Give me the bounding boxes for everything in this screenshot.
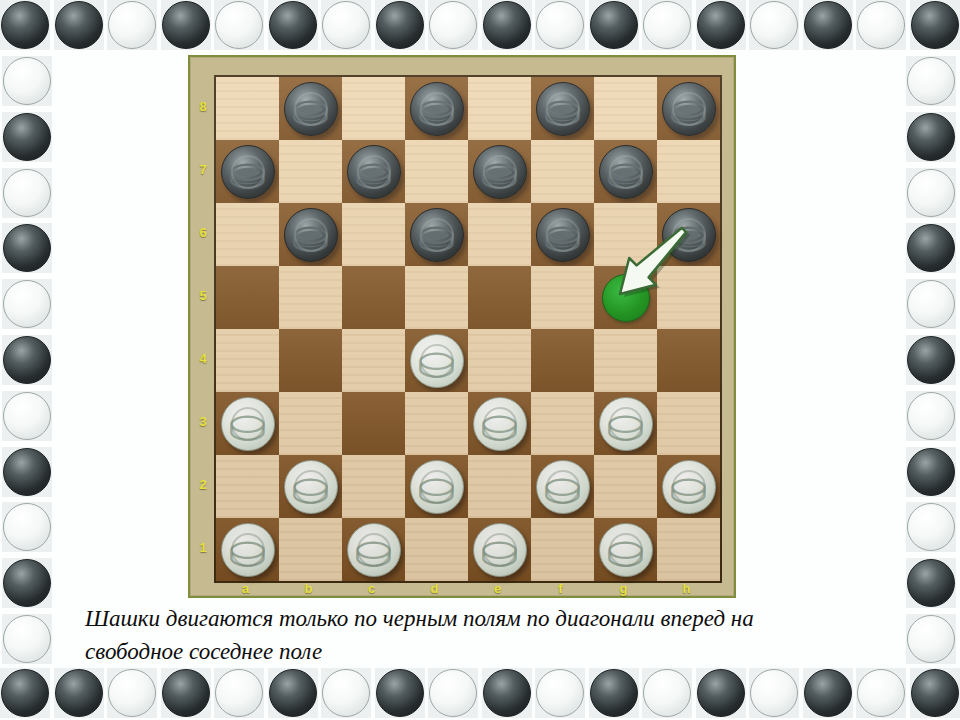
- square-f7[interactable]: [531, 140, 594, 203]
- white-checker-ball-tile: [749, 0, 799, 50]
- black-checker-ball-tile: [482, 0, 532, 50]
- square-b3[interactable]: [279, 392, 342, 455]
- square-c4[interactable]: [342, 329, 405, 392]
- black-checker-ball: [3, 448, 51, 496]
- draughts-man-glyph: ⛂: [291, 213, 330, 259]
- square-a6[interactable]: [216, 203, 279, 266]
- white-man-b2[interactable]: ⛀: [284, 460, 338, 514]
- square-g5[interactable]: [594, 266, 657, 329]
- square-c6[interactable]: [342, 203, 405, 266]
- decor-border-bottom: [0, 668, 960, 720]
- black-checker-ball-tile: [2, 447, 52, 497]
- white-checker-ball-tile: [2, 279, 52, 329]
- white-man-a3[interactable]: ⛀: [221, 397, 275, 451]
- black-checker-ball: [3, 559, 51, 607]
- move-target-dot-g5[interactable]: [602, 274, 650, 322]
- draughts-man-glyph: ⛂: [543, 87, 582, 133]
- black-checker-ball-tile: [696, 668, 746, 718]
- square-g3[interactable]: ⛀: [594, 392, 657, 455]
- black-checker-ball: [55, 669, 103, 717]
- white-checker-ball: [907, 503, 955, 551]
- white-checker-ball: [108, 669, 156, 717]
- draughts-man-glyph: ⛂: [354, 150, 393, 196]
- square-d1[interactable]: [405, 518, 468, 581]
- black-checker-ball-tile: [589, 668, 639, 718]
- black-man-f8[interactable]: ⛂: [536, 82, 590, 136]
- black-checker-ball-tile: [906, 447, 956, 497]
- white-checker-ball: [750, 669, 798, 717]
- file-label-e: e: [466, 581, 529, 598]
- caption: Шашки двигаются только по черным полям п…: [85, 603, 875, 668]
- black-checker-ball-tile: [803, 668, 853, 718]
- draughts-man-glyph: ⛀: [228, 528, 267, 574]
- square-h3[interactable]: [657, 392, 720, 455]
- white-checker-ball: [907, 392, 955, 440]
- white-checker-ball: [429, 669, 477, 717]
- white-checker-ball: [215, 669, 263, 717]
- black-checker-ball: [907, 113, 955, 161]
- white-man-d4[interactable]: ⛀: [410, 334, 464, 388]
- square-f8[interactable]: ⛂: [531, 77, 594, 140]
- black-man-h6[interactable]: ⛂: [662, 208, 716, 262]
- black-checker-ball: [697, 1, 745, 49]
- square-a2[interactable]: [216, 455, 279, 518]
- white-checker-ball-tile: [2, 391, 52, 441]
- square-c7[interactable]: ⛂: [342, 140, 405, 203]
- square-b4[interactable]: [279, 329, 342, 392]
- black-checker-ball: [269, 1, 317, 49]
- black-checker-ball-tile: [906, 335, 956, 385]
- square-b5[interactable]: [279, 266, 342, 329]
- draughts-man-glyph: ⛂: [669, 87, 708, 133]
- white-checker-ball-tile: [321, 668, 371, 718]
- black-checker-ball: [1, 669, 49, 717]
- square-h4[interactable]: [657, 329, 720, 392]
- black-checker-ball-tile: [589, 0, 639, 50]
- white-checker-ball-tile: [428, 0, 478, 50]
- black-checker-ball: [1, 1, 49, 49]
- black-checker-ball: [697, 669, 745, 717]
- black-checker-ball-tile: [0, 0, 50, 50]
- white-checker-ball-tile: [906, 168, 956, 218]
- square-d5[interactable]: [405, 266, 468, 329]
- rank-label-5: 5: [194, 264, 212, 327]
- square-e3[interactable]: ⛀: [468, 392, 531, 455]
- white-checker-ball-tile: [535, 0, 585, 50]
- square-e5[interactable]: [468, 266, 531, 329]
- white-checker-ball: [857, 669, 905, 717]
- square-h1[interactable]: [657, 518, 720, 581]
- square-e6[interactable]: [468, 203, 531, 266]
- file-label-h: h: [655, 581, 718, 598]
- black-checker-ball: [55, 1, 103, 49]
- black-man-e7[interactable]: ⛂: [473, 145, 527, 199]
- white-checker-ball-tile: [906, 614, 956, 664]
- draughts-man-glyph: ⛀: [669, 465, 708, 511]
- white-checker-ball: [3, 169, 51, 217]
- rank-label-2: 2: [194, 453, 212, 516]
- draughts-man-glyph: ⛂: [417, 87, 456, 133]
- black-checker-ball-tile: [803, 0, 853, 50]
- square-d4[interactable]: ⛀: [405, 329, 468, 392]
- black-checker-ball: [376, 1, 424, 49]
- black-checker-ball: [907, 448, 955, 496]
- white-checker-ball-tile: [107, 0, 157, 50]
- white-checker-ball-tile: [749, 668, 799, 718]
- square-g6[interactable]: [594, 203, 657, 266]
- black-checker-ball: [162, 669, 210, 717]
- square-g4[interactable]: [594, 329, 657, 392]
- square-h7[interactable]: [657, 140, 720, 203]
- black-man-h8[interactable]: ⛂: [662, 82, 716, 136]
- rank-label-3: 3: [194, 390, 212, 453]
- square-c1[interactable]: ⛀: [342, 518, 405, 581]
- white-checker-ball-tile: [856, 0, 906, 50]
- square-b2[interactable]: ⛀: [279, 455, 342, 518]
- white-checker-ball: [643, 669, 691, 717]
- white-checker-ball-tile: [321, 0, 371, 50]
- black-checker-ball-tile: [0, 668, 50, 718]
- black-checker-ball: [907, 559, 955, 607]
- file-label-d: d: [403, 581, 466, 598]
- square-f3[interactable]: [531, 392, 594, 455]
- black-man-a7[interactable]: ⛂: [221, 145, 275, 199]
- square-b6[interactable]: ⛂: [279, 203, 342, 266]
- file-label-a: a: [214, 581, 277, 598]
- white-checker-ball-tile: [906, 391, 956, 441]
- black-checker-ball: [3, 224, 51, 272]
- square-a1[interactable]: ⛀: [216, 518, 279, 581]
- draughts-man-glyph: ⛀: [480, 402, 519, 448]
- black-checker-ball: [162, 1, 210, 49]
- square-a4[interactable]: [216, 329, 279, 392]
- white-checker-ball: [3, 615, 51, 663]
- white-checker-ball: [907, 169, 955, 217]
- black-checker-ball-tile: [482, 668, 532, 718]
- black-checker-ball-tile: [161, 0, 211, 50]
- rank-label-6: 6: [194, 201, 212, 264]
- draughts-man-glyph: ⛂: [228, 150, 267, 196]
- white-man-h2[interactable]: ⛀: [662, 460, 716, 514]
- square-c5[interactable]: [342, 266, 405, 329]
- draughts-man-glyph: ⛂: [417, 213, 456, 259]
- white-checker-ball: [322, 669, 370, 717]
- square-e4[interactable]: [468, 329, 531, 392]
- white-checker-ball: [907, 280, 955, 328]
- caption-line-1: Шашки двигаются только по черным полям п…: [85, 603, 875, 636]
- white-checker-ball: [108, 1, 156, 49]
- white-checker-ball: [907, 57, 955, 105]
- white-checker-ball: [3, 57, 51, 105]
- white-checker-ball: [536, 1, 584, 49]
- rank-label-7: 7: [194, 138, 212, 201]
- rank-label-8: 8: [194, 75, 212, 138]
- square-f6[interactable]: ⛂: [531, 203, 594, 266]
- black-checker-ball-tile: [906, 112, 956, 162]
- black-checker-ball: [590, 669, 638, 717]
- rank-label-4: 4: [194, 327, 212, 390]
- square-b8[interactable]: ⛂: [279, 77, 342, 140]
- white-checker-ball-tile: [2, 502, 52, 552]
- white-checker-ball-tile: [2, 168, 52, 218]
- file-label-c: c: [340, 581, 403, 598]
- square-a5[interactable]: [216, 266, 279, 329]
- white-man-f2[interactable]: ⛀: [536, 460, 590, 514]
- black-checker-ball: [911, 669, 959, 717]
- black-checker-ball: [269, 669, 317, 717]
- draughts-man-glyph: ⛂: [543, 213, 582, 259]
- square-d8[interactable]: ⛂: [405, 77, 468, 140]
- black-checker-ball: [376, 669, 424, 717]
- draughts-man-glyph: ⛂: [480, 150, 519, 196]
- file-labels: abcdefgh: [214, 581, 722, 598]
- draughts-man-glyph: ⛀: [354, 528, 393, 574]
- draughts-man-glyph: ⛀: [480, 528, 519, 574]
- white-checker-ball-tile: [107, 668, 157, 718]
- square-d3[interactable]: [405, 392, 468, 455]
- white-checker-ball: [429, 1, 477, 49]
- draughts-man-glyph: ⛂: [606, 150, 645, 196]
- square-d2[interactable]: ⛀: [405, 455, 468, 518]
- square-f4[interactable]: [531, 329, 594, 392]
- white-checker-ball: [750, 1, 798, 49]
- black-checker-ball-tile: [910, 668, 960, 718]
- white-checker-ball-tile: [214, 0, 264, 50]
- white-checker-ball: [643, 1, 691, 49]
- white-man-e1[interactable]: ⛀: [473, 523, 527, 577]
- draughts-man-glyph: ⛀: [417, 339, 456, 385]
- draughts-man-glyph: ⛀: [606, 402, 645, 448]
- black-checker-ball: [3, 113, 51, 161]
- square-e1[interactable]: ⛀: [468, 518, 531, 581]
- square-h6[interactable]: ⛂: [657, 203, 720, 266]
- decor-border-left: [2, 56, 54, 664]
- square-h2[interactable]: ⛀: [657, 455, 720, 518]
- black-man-d6[interactable]: ⛂: [410, 208, 464, 262]
- square-f5[interactable]: [531, 266, 594, 329]
- black-checker-ball-tile: [2, 223, 52, 273]
- square-f2[interactable]: ⛀: [531, 455, 594, 518]
- black-checker-ball-tile: [910, 0, 960, 50]
- white-man-d2[interactable]: ⛀: [410, 460, 464, 514]
- white-checker-ball-tile: [856, 668, 906, 718]
- draughts-man-glyph: ⛀: [417, 465, 456, 511]
- black-checker-ball: [483, 669, 531, 717]
- black-man-d8[interactable]: ⛂: [410, 82, 464, 136]
- white-man-a1[interactable]: ⛀: [221, 523, 275, 577]
- white-man-g1[interactable]: ⛀: [599, 523, 653, 577]
- square-b7[interactable]: [279, 140, 342, 203]
- black-checker-ball: [804, 669, 852, 717]
- white-checker-ball: [3, 280, 51, 328]
- square-f1[interactable]: [531, 518, 594, 581]
- white-checker-ball-tile: [2, 614, 52, 664]
- white-checker-ball-tile: [642, 668, 692, 718]
- square-h8[interactable]: ⛂: [657, 77, 720, 140]
- square-a8[interactable]: [216, 77, 279, 140]
- black-checker-ball-tile: [2, 335, 52, 385]
- white-checker-ball-tile: [214, 668, 264, 718]
- black-checker-ball: [804, 1, 852, 49]
- black-checker-ball-tile: [268, 0, 318, 50]
- black-checker-ball-tile: [906, 223, 956, 273]
- draughts-man-glyph: ⛀: [606, 528, 645, 574]
- black-man-c7[interactable]: ⛂: [347, 145, 401, 199]
- white-checker-ball: [322, 1, 370, 49]
- black-checker-ball-tile: [2, 558, 52, 608]
- white-checker-ball-tile: [906, 56, 956, 106]
- white-checker-ball-tile: [906, 279, 956, 329]
- draughts-man-glyph: ⛂: [669, 213, 708, 259]
- square-c3[interactable]: [342, 392, 405, 455]
- square-e2[interactable]: [468, 455, 531, 518]
- black-checker-ball: [907, 224, 955, 272]
- white-checker-ball: [3, 503, 51, 551]
- square-g7[interactable]: ⛂: [594, 140, 657, 203]
- white-checker-ball: [536, 669, 584, 717]
- draughts-man-glyph: ⛀: [291, 465, 330, 511]
- black-checker-ball-tile: [2, 112, 52, 162]
- checkers-board: 87654321 abcdefgh ⛂⛂⛂⛂⛂⛂⛂⛂⛂⛂⛂⛂⛀⛀⛀⛀⛀⛀⛀⛀⛀⛀…: [188, 55, 736, 598]
- white-checker-ball-tile: [642, 0, 692, 50]
- black-checker-ball-tile: [54, 0, 104, 50]
- white-checker-ball-tile: [2, 56, 52, 106]
- square-c2[interactable]: [342, 455, 405, 518]
- white-checker-ball: [857, 1, 905, 49]
- square-e7[interactable]: ⛂: [468, 140, 531, 203]
- square-a7[interactable]: ⛂: [216, 140, 279, 203]
- black-man-f6[interactable]: ⛂: [536, 208, 590, 262]
- square-g2[interactable]: [594, 455, 657, 518]
- square-b1[interactable]: [279, 518, 342, 581]
- decor-border-right: [906, 56, 958, 664]
- white-checker-ball-tile: [535, 668, 585, 718]
- square-d7[interactable]: [405, 140, 468, 203]
- black-checker-ball-tile: [161, 668, 211, 718]
- rank-label-1: 1: [194, 516, 212, 579]
- square-g8[interactable]: [594, 77, 657, 140]
- draughts-man-glyph: ⛀: [543, 465, 582, 511]
- black-checker-ball-tile: [54, 668, 104, 718]
- board-grid: ⛂⛂⛂⛂⛂⛂⛂⛂⛂⛂⛂⛂⛀⛀⛀⛀⛀⛀⛀⛀⛀⛀⛀⛀: [214, 75, 722, 583]
- file-label-f: f: [529, 581, 592, 598]
- black-checker-ball-tile: [696, 0, 746, 50]
- file-label-g: g: [592, 581, 655, 598]
- square-e8[interactable]: [468, 77, 531, 140]
- white-checker-ball-tile: [428, 668, 478, 718]
- decor-border-top: [0, 0, 960, 52]
- black-checker-ball-tile: [375, 668, 425, 718]
- square-c8[interactable]: [342, 77, 405, 140]
- draughts-man-glyph: ⛀: [228, 402, 267, 448]
- black-man-g7[interactable]: ⛂: [599, 145, 653, 199]
- black-checker-ball-tile: [375, 0, 425, 50]
- white-man-g3[interactable]: ⛀: [599, 397, 653, 451]
- black-checker-ball: [483, 1, 531, 49]
- black-checker-ball: [907, 336, 955, 384]
- white-checker-ball-tile: [906, 502, 956, 552]
- black-checker-ball: [911, 1, 959, 49]
- white-man-c1[interactable]: ⛀: [347, 523, 401, 577]
- black-checker-ball: [3, 336, 51, 384]
- file-label-b: b: [277, 581, 340, 598]
- square-h5[interactable]: [657, 266, 720, 329]
- black-checker-ball-tile: [268, 668, 318, 718]
- caption-line-2: свободное соседнее поле: [85, 636, 875, 669]
- rank-labels: 87654321: [194, 75, 212, 579]
- black-checker-ball-tile: [906, 558, 956, 608]
- white-checker-ball: [3, 392, 51, 440]
- white-checker-ball: [907, 615, 955, 663]
- black-man-b6[interactable]: ⛂: [284, 208, 338, 262]
- white-man-e3[interactable]: ⛀: [473, 397, 527, 451]
- black-checker-ball: [590, 1, 638, 49]
- square-d6[interactable]: ⛂: [405, 203, 468, 266]
- black-man-b8[interactable]: ⛂: [284, 82, 338, 136]
- square-a3[interactable]: ⛀: [216, 392, 279, 455]
- white-checker-ball: [215, 1, 263, 49]
- draughts-man-glyph: ⛂: [291, 87, 330, 133]
- square-g1[interactable]: ⛀: [594, 518, 657, 581]
